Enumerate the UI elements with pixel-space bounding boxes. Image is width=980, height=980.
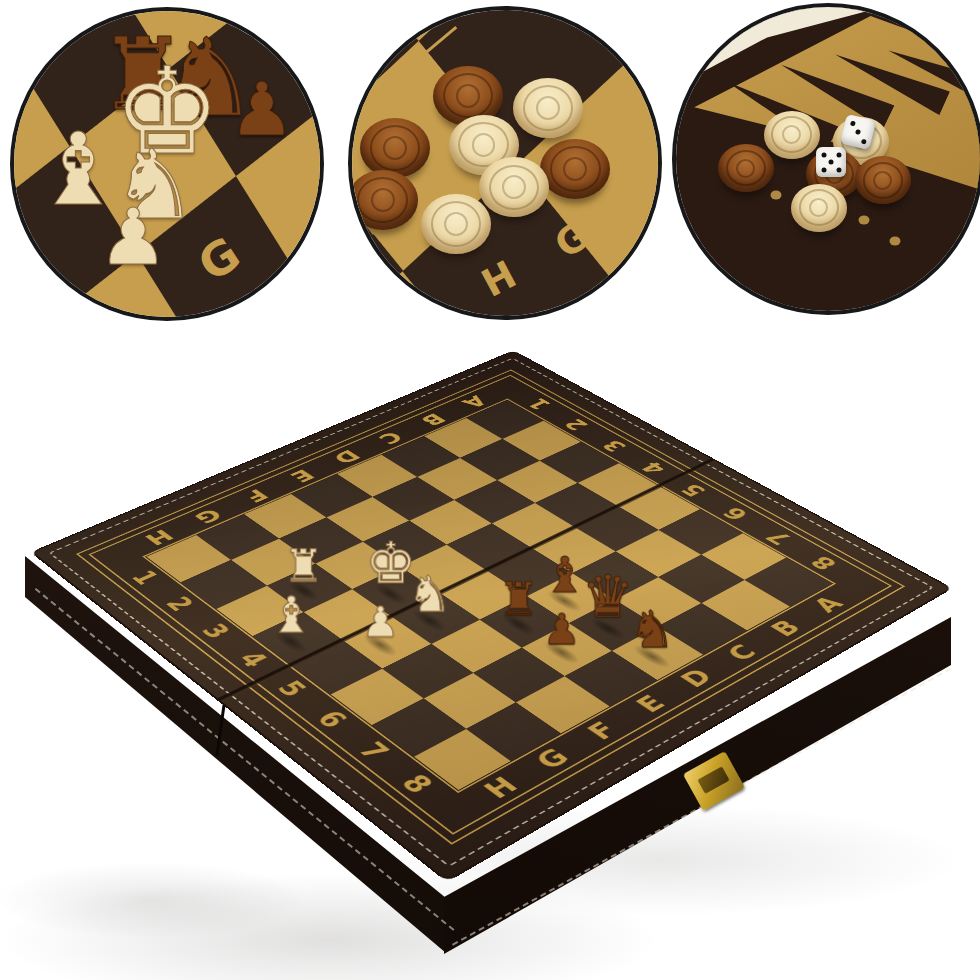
inset-chess-closeup: ♜♞♟♚♝♞♟G <box>10 7 324 321</box>
die-pip <box>821 167 826 172</box>
die-pip <box>836 167 841 172</box>
die-pip <box>861 138 867 144</box>
cream-backgammon-disc <box>764 111 820 159</box>
brown-backgammon-disc <box>718 144 774 192</box>
gold-dot <box>771 191 782 200</box>
brown-checker-disc <box>348 170 418 230</box>
closeup-white-pawn: ♟ <box>98 198 168 276</box>
brown-checker-disc <box>540 139 610 199</box>
cream-backgammon-disc <box>791 184 847 232</box>
die-pip <box>850 120 856 126</box>
product-photo: 1122334455667788AABBCCDDEEFFGGHH♚♜♝♞♟♜♝♛… <box>0 0 980 980</box>
brown-checker-disc <box>360 118 430 178</box>
brown-backgammon-disc <box>855 156 911 204</box>
gold-dot <box>889 237 900 246</box>
brown-knight-d8: ♞ <box>608 553 697 655</box>
die-pip <box>829 160 834 165</box>
brown-pawn-e7: ♟ <box>517 549 606 650</box>
die-showing-5 <box>816 147 846 177</box>
die-pip <box>836 152 841 157</box>
white-bishop-h4: ♝ <box>247 539 335 640</box>
inset-checkers-closeup: HG <box>348 6 662 320</box>
cream-checker-disc <box>421 194 491 254</box>
gold-dot <box>859 215 870 224</box>
closeup-brown-pawn: ♟ <box>229 72 295 146</box>
cream-checker-disc <box>513 78 583 138</box>
white-pawn-g5: ♟ <box>337 542 425 643</box>
die-pip <box>855 129 861 135</box>
die-pip <box>821 152 826 157</box>
cream-checker-disc <box>479 157 549 217</box>
inset-backgammon-closeup <box>672 3 980 315</box>
